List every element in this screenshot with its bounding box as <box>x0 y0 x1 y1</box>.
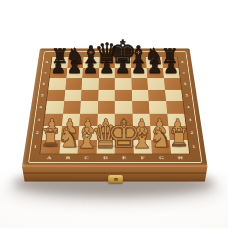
chess-set-photo: AA11BB22CC33DD44EE55FF66GG77HH88 ♜♞♝♛♚♝♞… <box>0 0 228 228</box>
piece-black-pawn-h7[interactable]: ♟ <box>162 59 180 77</box>
piece-black-pawn-g7[interactable]: ♟ <box>146 59 164 77</box>
piece-black-pawn-b7[interactable]: ♟ <box>66 59 84 77</box>
piece-black-pawn-d7[interactable]: ♟ <box>98 59 116 77</box>
pieces-layer: ♜♞♝♛♚♝♞♜♟♟♟♟♟♟♟♟♟♟♟♟♟♟♟♟♜♞♝♛♚♝♞♜ <box>0 0 228 228</box>
piece-black-pawn-e7[interactable]: ♟ <box>114 59 132 77</box>
piece-black-pawn-f7[interactable]: ♟ <box>130 59 148 77</box>
piece-black-pawn-a7[interactable]: ♟ <box>50 59 68 77</box>
piece-white-rook-h1[interactable]: ♜ <box>167 127 191 151</box>
piece-black-pawn-c7[interactable]: ♟ <box>82 59 100 77</box>
